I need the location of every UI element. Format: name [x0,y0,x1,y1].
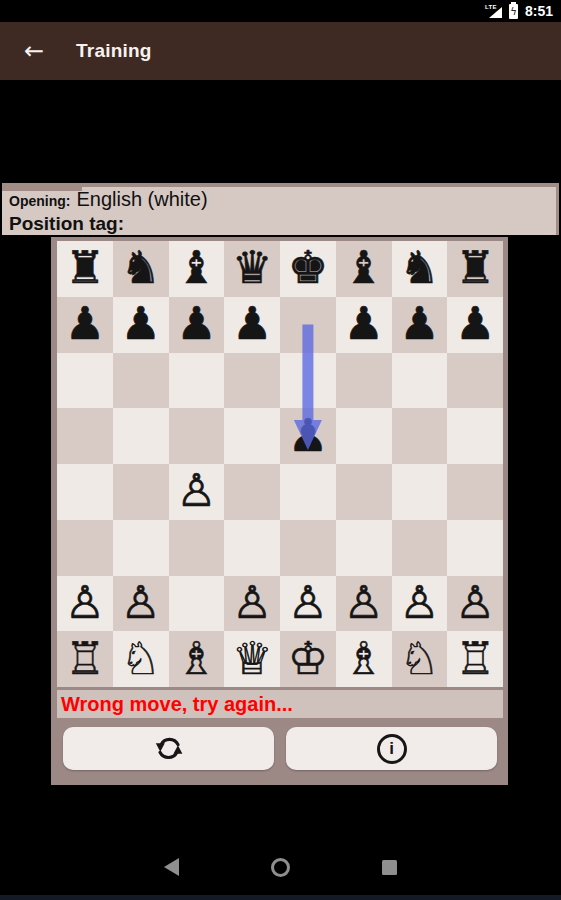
square-d6[interactable] [224,353,280,409]
black-pawn: ♟ [399,301,439,346]
retry-button[interactable] [63,727,274,770]
square-d2[interactable]: ♙ [224,576,280,632]
refresh-icon [152,733,186,765]
white-bishop: ♗ [343,636,383,681]
black-bishop: ♝ [343,245,383,290]
square-b6[interactable] [113,353,169,409]
page-title: Training [76,40,152,62]
square-h5[interactable] [447,408,503,464]
square-e1[interactable]: ♔ [280,631,336,687]
black-queen: ♛ [232,245,272,290]
square-c4[interactable]: ♙ [169,464,225,520]
square-h8[interactable]: ♜ [447,241,503,297]
white-king: ♔ [288,636,328,681]
square-f2[interactable]: ♙ [336,576,392,632]
square-e6[interactable] [280,353,336,409]
black-pawn: ♟ [343,301,383,346]
square-h7[interactable]: ♟ [447,297,503,353]
white-pawn: ♙ [399,580,439,625]
position-tag-row: Position tag: [9,212,559,237]
board-container: ♜♞♝♛♚♝♞♜♟♟♟♟♟♟♟♟♙♙♙♙♙♙♙♙♖♘♗♕♔♗♘♖ Wrong m… [51,237,508,785]
white-queen: ♕ [232,636,272,681]
square-a1[interactable]: ♖ [57,631,113,687]
square-a6[interactable] [57,353,113,409]
black-knight: ♞ [399,245,439,290]
square-g5[interactable] [392,408,448,464]
signal-triangle-icon [489,7,502,18]
black-pawn: ♟ [176,301,216,346]
white-knight: ♘ [120,636,160,681]
opening-value: English (white) [76,188,207,210]
square-a8[interactable]: ♜ [57,241,113,297]
opening-row: Opening: English (white) [9,188,559,212]
square-e3[interactable] [280,520,336,576]
screen: LTE ϟ 8:51 ← Training Opening: English (… [0,0,561,900]
square-c5[interactable] [169,408,225,464]
info-icon: i [377,734,407,764]
white-pawn: ♙ [65,580,105,625]
square-f6[interactable] [336,353,392,409]
square-a4[interactable] [57,464,113,520]
square-e2[interactable]: ♙ [280,576,336,632]
bottom-strip [0,895,561,900]
white-bishop: ♗ [176,636,216,681]
square-e5[interactable]: ♟ [280,408,336,464]
square-h4[interactable] [447,464,503,520]
square-f7[interactable]: ♟ [336,297,392,353]
status-time: 8:51 [525,3,553,19]
black-rook: ♜ [455,245,495,290]
square-b5[interactable] [113,408,169,464]
nav-home-icon[interactable] [271,858,290,877]
square-c2[interactable] [169,576,225,632]
square-f8[interactable]: ♝ [336,241,392,297]
black-king: ♚ [288,245,328,290]
white-pawn: ♙ [120,580,160,625]
status-message-text: Wrong move, try again... [61,693,293,716]
white-pawn: ♙ [288,580,328,625]
square-h3[interactable] [447,520,503,576]
position-tag-label: Position tag: [9,213,124,234]
square-g7[interactable]: ♟ [392,297,448,353]
square-f3[interactable] [336,520,392,576]
square-a7[interactable]: ♟ [57,297,113,353]
square-b4[interactable] [113,464,169,520]
square-g4[interactable] [392,464,448,520]
square-b1[interactable]: ♘ [113,631,169,687]
square-g3[interactable] [392,520,448,576]
info-panel: Opening: English (white) Position tag: [0,181,561,237]
white-knight: ♘ [399,636,439,681]
square-c8[interactable]: ♝ [169,241,225,297]
square-f1[interactable]: ♗ [336,631,392,687]
square-a5[interactable] [57,408,113,464]
square-g6[interactable] [392,353,448,409]
square-h6[interactable] [447,353,503,409]
square-d8[interactable]: ♛ [224,241,280,297]
square-c1[interactable]: ♗ [169,631,225,687]
black-rook: ♜ [65,245,105,290]
controls-row: i [57,727,503,770]
square-c6[interactable] [169,353,225,409]
square-d7[interactable]: ♟ [224,297,280,353]
black-knight: ♞ [120,245,160,290]
status-bar: LTE ϟ 8:51 [0,0,561,22]
info-button[interactable]: i [286,727,497,770]
back-arrow-icon[interactable]: ← [24,39,44,63]
square-d1[interactable]: ♕ [224,631,280,687]
square-a2[interactable]: ♙ [57,576,113,632]
white-pawn: ♙ [232,580,272,625]
black-pawn: ♟ [288,413,328,458]
square-g2[interactable]: ♙ [392,576,448,632]
square-b7[interactable]: ♟ [113,297,169,353]
square-b2[interactable]: ♙ [113,576,169,632]
app-bar: ← Training [0,22,561,80]
square-b8[interactable]: ♞ [113,241,169,297]
white-pawn: ♙ [176,468,216,513]
square-f4[interactable] [336,464,392,520]
black-pawn: ♟ [455,301,495,346]
white-rook: ♖ [65,636,105,681]
black-pawn: ♟ [65,301,105,346]
square-h2[interactable]: ♙ [447,576,503,632]
square-b3[interactable] [113,520,169,576]
square-f5[interactable] [336,408,392,464]
square-c7[interactable]: ♟ [169,297,225,353]
square-a3[interactable] [57,520,113,576]
nav-back-icon[interactable] [164,858,179,876]
square-d3[interactable] [224,520,280,576]
android-nav-bar [0,839,561,895]
battery-icon: ϟ [509,4,518,19]
square-e4[interactable] [280,464,336,520]
square-e7[interactable] [280,297,336,353]
opening-label: Opening: [9,190,70,212]
white-pawn: ♙ [455,580,495,625]
chess-board: ♜♞♝♛♚♝♞♜♟♟♟♟♟♟♟♟♙♙♙♙♙♙♙♙♖♘♗♕♔♗♘♖ [57,241,503,687]
charging-bolt-icon: ϟ [510,7,517,17]
signal-icon: LTE [487,5,502,18]
white-rook: ♖ [455,636,495,681]
square-g8[interactable]: ♞ [392,241,448,297]
square-d5[interactable] [224,408,280,464]
nav-recents-icon[interactable] [382,860,397,875]
square-g1[interactable]: ♘ [392,631,448,687]
square-h1[interactable]: ♖ [447,631,503,687]
black-bishop: ♝ [176,245,216,290]
white-pawn: ♙ [343,580,383,625]
square-d4[interactable] [224,464,280,520]
square-e8[interactable]: ♚ [280,241,336,297]
square-c3[interactable] [169,520,225,576]
status-message: Wrong move, try again... [57,690,503,718]
black-pawn: ♟ [120,301,160,346]
black-pawn: ♟ [232,301,272,346]
